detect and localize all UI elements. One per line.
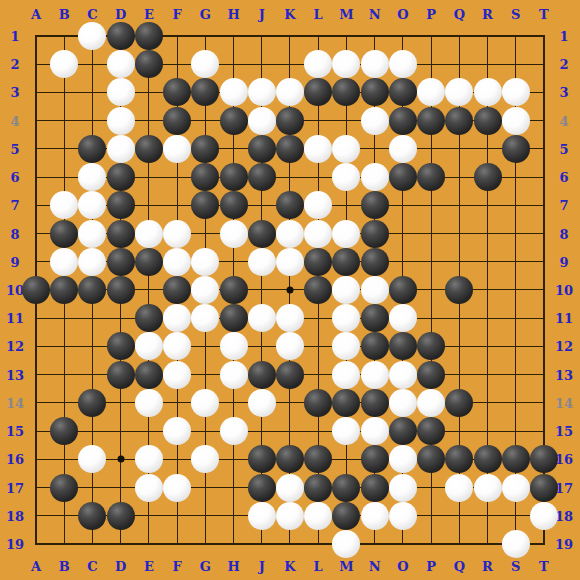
col-label-top-N: N bbox=[369, 7, 381, 22]
black-stone-G5[interactable] bbox=[191, 135, 219, 163]
black-stone-K5[interactable] bbox=[276, 135, 304, 163]
white-stone-H8[interactable] bbox=[220, 220, 248, 248]
white-stone-F11[interactable] bbox=[163, 304, 191, 332]
row-label-right-3: 3 bbox=[559, 85, 568, 100]
col-label-top-O: O bbox=[397, 7, 408, 22]
white-stone-F15[interactable] bbox=[163, 417, 191, 445]
black-stone-O4[interactable] bbox=[389, 107, 417, 135]
black-stone-D12[interactable] bbox=[107, 332, 135, 360]
white-stone-E12[interactable] bbox=[135, 332, 163, 360]
white-stone-M10[interactable] bbox=[332, 276, 360, 304]
black-stone-D18[interactable] bbox=[107, 502, 135, 530]
white-stone-P14[interactable] bbox=[417, 389, 445, 417]
white-stone-T18[interactable] bbox=[530, 502, 558, 530]
black-stone-D7[interactable] bbox=[107, 191, 135, 219]
white-stone-L7[interactable] bbox=[304, 191, 332, 219]
black-stone-H7[interactable] bbox=[220, 191, 248, 219]
col-label-bottom-A: A bbox=[31, 559, 41, 574]
row-label-left-8: 8 bbox=[10, 226, 19, 241]
white-stone-D3[interactable] bbox=[107, 78, 135, 106]
black-stone-G3[interactable] bbox=[191, 78, 219, 106]
white-stone-M2[interactable] bbox=[332, 50, 360, 78]
row-label-left-14: 14 bbox=[6, 395, 24, 410]
white-stone-K9[interactable] bbox=[276, 248, 304, 276]
black-stone-T17[interactable] bbox=[530, 474, 558, 502]
black-stone-B10[interactable] bbox=[50, 276, 78, 304]
col-label-bottom-M: M bbox=[339, 559, 353, 574]
black-stone-H11[interactable] bbox=[220, 304, 248, 332]
white-stone-M15[interactable] bbox=[332, 417, 360, 445]
row-label-left-16: 16 bbox=[6, 452, 24, 467]
black-stone-E11[interactable] bbox=[135, 304, 163, 332]
col-label-bottom-T: T bbox=[539, 559, 549, 574]
white-stone-F5[interactable] bbox=[163, 135, 191, 163]
col-label-top-S: S bbox=[511, 7, 520, 22]
col-label-bottom-B: B bbox=[59, 559, 70, 574]
col-label-top-L: L bbox=[314, 7, 323, 22]
row-label-right-6: 6 bbox=[559, 170, 568, 185]
black-stone-D13[interactable] bbox=[107, 361, 135, 389]
col-label-top-M: M bbox=[339, 7, 353, 22]
white-stone-G14[interactable] bbox=[191, 389, 219, 417]
black-stone-F3[interactable] bbox=[163, 78, 191, 106]
black-stone-H6[interactable] bbox=[220, 163, 248, 191]
white-stone-K3[interactable] bbox=[276, 78, 304, 106]
black-stone-B17[interactable] bbox=[50, 474, 78, 502]
white-stone-N10[interactable] bbox=[361, 276, 389, 304]
row-label-left-3: 3 bbox=[10, 85, 19, 100]
star-point-D16 bbox=[117, 456, 124, 463]
col-label-top-H: H bbox=[227, 7, 239, 22]
white-stone-H13[interactable] bbox=[220, 361, 248, 389]
row-label-left-9: 9 bbox=[10, 254, 19, 269]
white-stone-L8[interactable] bbox=[304, 220, 332, 248]
row-label-right-11: 11 bbox=[555, 311, 573, 326]
black-stone-R4[interactable] bbox=[474, 107, 502, 135]
black-stone-P12[interactable] bbox=[417, 332, 445, 360]
black-stone-E9[interactable] bbox=[135, 248, 163, 276]
black-stone-O15[interactable] bbox=[389, 417, 417, 445]
row-label-right-4: 4 bbox=[559, 113, 568, 128]
row-label-left-11: 11 bbox=[6, 311, 24, 326]
col-label-bottom-G: G bbox=[200, 559, 211, 574]
white-stone-F9[interactable] bbox=[163, 248, 191, 276]
row-label-left-12: 12 bbox=[6, 339, 24, 354]
black-stone-L9[interactable] bbox=[304, 248, 332, 276]
row-label-right-10: 10 bbox=[555, 282, 573, 297]
white-stone-S3[interactable] bbox=[502, 78, 530, 106]
white-stone-F17[interactable] bbox=[163, 474, 191, 502]
white-stone-L18[interactable] bbox=[304, 502, 332, 530]
col-label-top-D: D bbox=[115, 7, 126, 22]
col-label-top-F: F bbox=[172, 7, 181, 22]
black-stone-L14[interactable] bbox=[304, 389, 332, 417]
black-stone-K13[interactable] bbox=[276, 361, 304, 389]
row-label-left-1: 1 bbox=[10, 29, 19, 44]
row-label-right-2: 2 bbox=[559, 57, 568, 72]
go-board[interactable]: AA11BB22CC33DD44EE55FF66GG77HH88JJ99KK10… bbox=[0, 0, 580, 580]
col-label-bottom-P: P bbox=[426, 559, 436, 574]
col-label-bottom-D: D bbox=[115, 559, 126, 574]
row-label-right-15: 15 bbox=[555, 424, 573, 439]
white-stone-O2[interactable] bbox=[389, 50, 417, 78]
black-stone-N9[interactable] bbox=[361, 248, 389, 276]
black-stone-E13[interactable] bbox=[135, 361, 163, 389]
col-label-bottom-F: F bbox=[172, 559, 181, 574]
row-label-left-5: 5 bbox=[10, 141, 19, 156]
white-stone-M6[interactable] bbox=[332, 163, 360, 191]
white-stone-M11[interactable] bbox=[332, 304, 360, 332]
white-stone-F8[interactable] bbox=[163, 220, 191, 248]
black-stone-K4[interactable] bbox=[276, 107, 304, 135]
black-stone-E5[interactable] bbox=[135, 135, 163, 163]
row-label-right-1: 1 bbox=[559, 29, 568, 44]
row-label-left-2: 2 bbox=[10, 57, 19, 72]
col-label-bottom-L: L bbox=[314, 559, 323, 574]
black-stone-F4[interactable] bbox=[163, 107, 191, 135]
row-label-right-7: 7 bbox=[559, 198, 568, 213]
black-stone-N7[interactable] bbox=[361, 191, 389, 219]
black-stone-O6[interactable] bbox=[389, 163, 417, 191]
black-stone-L10[interactable] bbox=[304, 276, 332, 304]
black-stone-J16[interactable] bbox=[248, 445, 276, 473]
black-stone-R6[interactable] bbox=[474, 163, 502, 191]
white-stone-B9[interactable] bbox=[50, 248, 78, 276]
white-stone-Q17[interactable] bbox=[445, 474, 473, 502]
black-stone-Q16[interactable] bbox=[445, 445, 473, 473]
black-stone-P4[interactable] bbox=[417, 107, 445, 135]
row-label-right-12: 12 bbox=[555, 339, 573, 354]
col-label-bottom-K: K bbox=[284, 559, 295, 574]
row-label-left-19: 19 bbox=[6, 536, 24, 551]
white-stone-S4[interactable] bbox=[502, 107, 530, 135]
black-stone-J5[interactable] bbox=[248, 135, 276, 163]
black-stone-H4[interactable] bbox=[220, 107, 248, 135]
black-stone-E2[interactable] bbox=[135, 50, 163, 78]
black-stone-N17[interactable] bbox=[361, 474, 389, 502]
black-stone-J6[interactable] bbox=[248, 163, 276, 191]
white-stone-E8[interactable] bbox=[135, 220, 163, 248]
black-stone-C18[interactable] bbox=[78, 502, 106, 530]
col-label-bottom-Q: Q bbox=[454, 559, 465, 574]
black-stone-L17[interactable] bbox=[304, 474, 332, 502]
black-stone-J8[interactable] bbox=[248, 220, 276, 248]
board-line-h bbox=[35, 543, 545, 545]
white-stone-E16[interactable] bbox=[135, 445, 163, 473]
col-label-bottom-E: E bbox=[144, 559, 154, 574]
black-stone-S5[interactable] bbox=[502, 135, 530, 163]
white-stone-N13[interactable] bbox=[361, 361, 389, 389]
white-stone-D5[interactable] bbox=[107, 135, 135, 163]
black-stone-P15[interactable] bbox=[417, 417, 445, 445]
black-stone-B8[interactable] bbox=[50, 220, 78, 248]
white-stone-R17[interactable] bbox=[474, 474, 502, 502]
white-stone-S19[interactable] bbox=[502, 530, 530, 558]
col-label-top-E: E bbox=[144, 7, 154, 22]
white-stone-O16[interactable] bbox=[389, 445, 417, 473]
white-stone-M8[interactable] bbox=[332, 220, 360, 248]
black-stone-G6[interactable] bbox=[191, 163, 219, 191]
col-label-top-A: A bbox=[31, 7, 41, 22]
white-stone-N18[interactable] bbox=[361, 502, 389, 530]
white-stone-C9[interactable] bbox=[78, 248, 106, 276]
white-stone-S17[interactable] bbox=[502, 474, 530, 502]
black-stone-J13[interactable] bbox=[248, 361, 276, 389]
white-stone-R3[interactable] bbox=[474, 78, 502, 106]
black-stone-L3[interactable] bbox=[304, 78, 332, 106]
black-stone-N16[interactable] bbox=[361, 445, 389, 473]
black-stone-P13[interactable] bbox=[417, 361, 445, 389]
white-stone-K12[interactable] bbox=[276, 332, 304, 360]
black-stone-F10[interactable] bbox=[163, 276, 191, 304]
black-stone-M14[interactable] bbox=[332, 389, 360, 417]
white-stone-J11[interactable] bbox=[248, 304, 276, 332]
white-stone-M13[interactable] bbox=[332, 361, 360, 389]
black-stone-O10[interactable] bbox=[389, 276, 417, 304]
white-stone-J18[interactable] bbox=[248, 502, 276, 530]
col-label-bottom-N: N bbox=[369, 559, 381, 574]
black-stone-C10[interactable] bbox=[78, 276, 106, 304]
black-stone-M17[interactable] bbox=[332, 474, 360, 502]
black-stone-N12[interactable] bbox=[361, 332, 389, 360]
board-line-h bbox=[35, 431, 545, 432]
black-stone-P6[interactable] bbox=[417, 163, 445, 191]
white-stone-O5[interactable] bbox=[389, 135, 417, 163]
white-stone-O14[interactable] bbox=[389, 389, 417, 417]
col-label-bottom-J: J bbox=[259, 559, 265, 574]
black-stone-D1[interactable] bbox=[107, 22, 135, 50]
white-stone-C6[interactable] bbox=[78, 163, 106, 191]
white-stone-D2[interactable] bbox=[107, 50, 135, 78]
white-stone-M12[interactable] bbox=[332, 332, 360, 360]
row-label-right-5: 5 bbox=[559, 141, 568, 156]
black-stone-R16[interactable] bbox=[474, 445, 502, 473]
row-label-left-7: 7 bbox=[10, 198, 19, 213]
black-stone-J17[interactable] bbox=[248, 474, 276, 502]
white-stone-K8[interactable] bbox=[276, 220, 304, 248]
white-stone-P3[interactable] bbox=[417, 78, 445, 106]
white-stone-E17[interactable] bbox=[135, 474, 163, 502]
black-stone-N8[interactable] bbox=[361, 220, 389, 248]
black-stone-M9[interactable] bbox=[332, 248, 360, 276]
black-stone-T16[interactable] bbox=[530, 445, 558, 473]
col-label-top-G: G bbox=[200, 7, 211, 22]
white-stone-M19[interactable] bbox=[332, 530, 360, 558]
black-stone-K16[interactable] bbox=[276, 445, 304, 473]
white-stone-B7[interactable] bbox=[50, 191, 78, 219]
row-label-left-17: 17 bbox=[6, 480, 24, 495]
white-stone-K11[interactable] bbox=[276, 304, 304, 332]
white-stone-H3[interactable] bbox=[220, 78, 248, 106]
white-stone-O18[interactable] bbox=[389, 502, 417, 530]
white-stone-K18[interactable] bbox=[276, 502, 304, 530]
black-stone-O3[interactable] bbox=[389, 78, 417, 106]
white-stone-C1[interactable] bbox=[78, 22, 106, 50]
star-point-K10 bbox=[286, 286, 293, 293]
black-stone-D9[interactable] bbox=[107, 248, 135, 276]
white-stone-G2[interactable] bbox=[191, 50, 219, 78]
col-label-top-K: K bbox=[284, 7, 295, 22]
white-stone-Q3[interactable] bbox=[445, 78, 473, 106]
black-stone-N14[interactable] bbox=[361, 389, 389, 417]
row-label-left-6: 6 bbox=[10, 170, 19, 185]
black-stone-N3[interactable] bbox=[361, 78, 389, 106]
black-stone-Q14[interactable] bbox=[445, 389, 473, 417]
row-label-left-18: 18 bbox=[6, 508, 24, 523]
col-label-top-P: P bbox=[426, 7, 436, 22]
white-stone-O17[interactable] bbox=[389, 474, 417, 502]
row-label-left-4: 4 bbox=[10, 113, 19, 128]
black-stone-K7[interactable] bbox=[276, 191, 304, 219]
row-label-right-19: 19 bbox=[555, 536, 573, 551]
col-label-top-J: J bbox=[259, 7, 265, 22]
white-stone-K17[interactable] bbox=[276, 474, 304, 502]
white-stone-H12[interactable] bbox=[220, 332, 248, 360]
white-stone-C7[interactable] bbox=[78, 191, 106, 219]
row-label-right-13: 13 bbox=[555, 367, 573, 382]
white-stone-G10[interactable] bbox=[191, 276, 219, 304]
black-stone-C5[interactable] bbox=[78, 135, 106, 163]
col-label-top-C: C bbox=[87, 7, 97, 22]
white-stone-H15[interactable] bbox=[220, 417, 248, 445]
white-stone-J3[interactable] bbox=[248, 78, 276, 106]
white-stone-N6[interactable] bbox=[361, 163, 389, 191]
black-stone-M3[interactable] bbox=[332, 78, 360, 106]
black-stone-C14[interactable] bbox=[78, 389, 106, 417]
black-stone-D8[interactable] bbox=[107, 220, 135, 248]
row-label-right-8: 8 bbox=[559, 226, 568, 241]
row-label-right-14: 14 bbox=[555, 395, 573, 410]
black-stone-Q4[interactable] bbox=[445, 107, 473, 135]
white-stone-G9[interactable] bbox=[191, 248, 219, 276]
black-stone-P16[interactable] bbox=[417, 445, 445, 473]
white-stone-L2[interactable] bbox=[304, 50, 332, 78]
white-stone-F12[interactable] bbox=[163, 332, 191, 360]
white-stone-G16[interactable] bbox=[191, 445, 219, 473]
col-label-bottom-O: O bbox=[397, 559, 408, 574]
black-stone-M18[interactable] bbox=[332, 502, 360, 530]
black-stone-G7[interactable] bbox=[191, 191, 219, 219]
white-stone-N2[interactable] bbox=[361, 50, 389, 78]
col-label-top-B: B bbox=[59, 7, 70, 22]
white-stone-M5[interactable] bbox=[332, 135, 360, 163]
black-stone-Q10[interactable] bbox=[445, 276, 473, 304]
white-stone-C16[interactable] bbox=[78, 445, 106, 473]
col-label-top-T: T bbox=[539, 7, 549, 22]
row-label-left-15: 15 bbox=[6, 424, 24, 439]
black-stone-D6[interactable] bbox=[107, 163, 135, 191]
black-stone-S16[interactable] bbox=[502, 445, 530, 473]
col-label-top-R: R bbox=[482, 7, 493, 22]
black-stone-E1[interactable] bbox=[135, 22, 163, 50]
black-stone-H10[interactable] bbox=[220, 276, 248, 304]
col-label-bottom-R: R bbox=[482, 559, 493, 574]
black-stone-L16[interactable] bbox=[304, 445, 332, 473]
row-label-right-9: 9 bbox=[559, 254, 568, 269]
white-stone-J4[interactable] bbox=[248, 107, 276, 135]
white-stone-J14[interactable] bbox=[248, 389, 276, 417]
white-stone-L5[interactable] bbox=[304, 135, 332, 163]
black-stone-D10[interactable] bbox=[107, 276, 135, 304]
black-stone-N11[interactable] bbox=[361, 304, 389, 332]
white-stone-F13[interactable] bbox=[163, 361, 191, 389]
white-stone-N4[interactable] bbox=[361, 107, 389, 135]
white-stone-D4[interactable] bbox=[107, 107, 135, 135]
row-label-left-13: 13 bbox=[6, 367, 24, 382]
white-stone-O13[interactable] bbox=[389, 361, 417, 389]
white-stone-C8[interactable] bbox=[78, 220, 106, 248]
col-label-bottom-C: C bbox=[87, 559, 97, 574]
white-stone-N15[interactable] bbox=[361, 417, 389, 445]
black-stone-B15[interactable] bbox=[50, 417, 78, 445]
black-stone-O12[interactable] bbox=[389, 332, 417, 360]
white-stone-O11[interactable] bbox=[389, 304, 417, 332]
black-stone-A10[interactable] bbox=[22, 276, 50, 304]
white-stone-J9[interactable] bbox=[248, 248, 276, 276]
col-label-bottom-H: H bbox=[227, 559, 239, 574]
white-stone-G11[interactable] bbox=[191, 304, 219, 332]
white-stone-E14[interactable] bbox=[135, 389, 163, 417]
col-label-top-Q: Q bbox=[454, 7, 465, 22]
col-label-bottom-S: S bbox=[511, 559, 520, 574]
white-stone-B2[interactable] bbox=[50, 50, 78, 78]
